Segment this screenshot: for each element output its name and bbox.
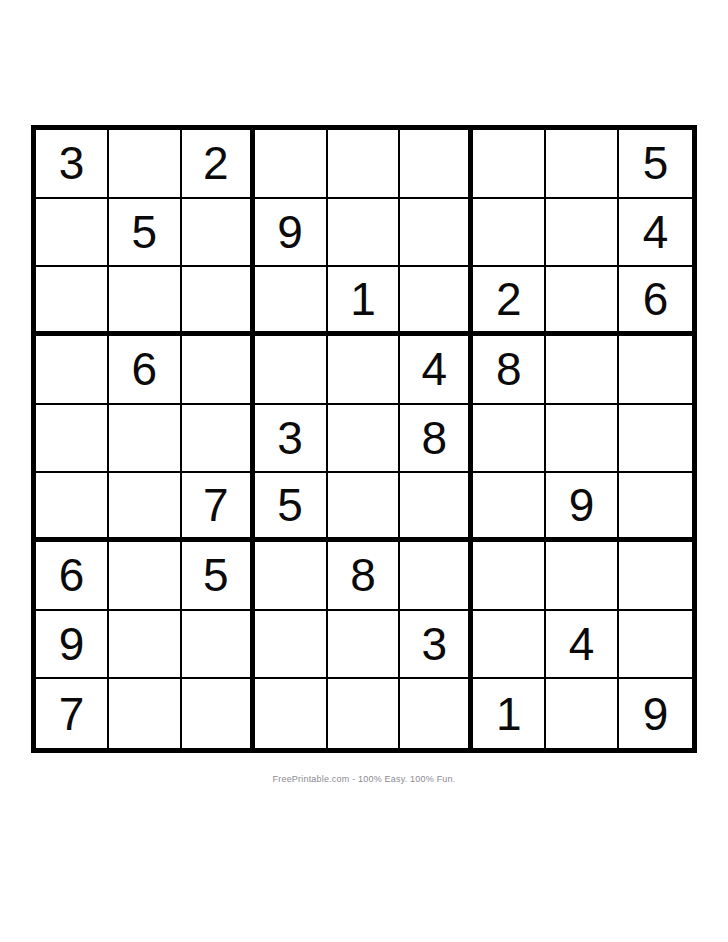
sudoku-cell-r7c8[interactable]: [546, 542, 619, 611]
sudoku-cell-r9c6[interactable]: [400, 679, 473, 748]
sudoku-cell-r1c2[interactable]: [109, 130, 182, 199]
sudoku-cell-r3c4[interactable]: [255, 267, 328, 336]
sudoku-cell-r5c6[interactable]: 8: [400, 405, 473, 474]
sudoku-cell-r1c6[interactable]: [400, 130, 473, 199]
sudoku-cell-r5c7[interactable]: [473, 405, 546, 474]
sudoku-cell-r8c9[interactable]: [619, 611, 692, 680]
sudoku-cell-r9c1[interactable]: 7: [36, 679, 109, 748]
sudoku-cell-r5c9[interactable]: [619, 405, 692, 474]
sudoku-cell-r4c9[interactable]: [619, 336, 692, 405]
sudoku-cell-r3c2[interactable]: [109, 267, 182, 336]
sudoku-cell-r4c1[interactable]: [36, 336, 109, 405]
sudoku-cell-r7c5[interactable]: 8: [328, 542, 401, 611]
sudoku-cell-r2c1[interactable]: [36, 199, 109, 268]
sudoku-cell-r8c1[interactable]: 9: [36, 611, 109, 680]
sudoku-cell-r8c3[interactable]: [182, 611, 255, 680]
sudoku-cell-r9c7[interactable]: 1: [473, 679, 546, 748]
sudoku-cell-r7c1[interactable]: 6: [36, 542, 109, 611]
sudoku-cell-r5c2[interactable]: [109, 405, 182, 474]
sudoku-cell-r9c4[interactable]: [255, 679, 328, 748]
sudoku-cell-r6c9[interactable]: [619, 473, 692, 542]
sudoku-cell-r8c8[interactable]: 4: [546, 611, 619, 680]
sudoku-cell-r4c6[interactable]: 4: [400, 336, 473, 405]
sudoku-cell-r2c8[interactable]: [546, 199, 619, 268]
sudoku-cell-r9c8[interactable]: [546, 679, 619, 748]
sudoku-cell-r1c5[interactable]: [328, 130, 401, 199]
sudoku-cell-r3c6[interactable]: [400, 267, 473, 336]
sudoku-cell-r4c7[interactable]: 8: [473, 336, 546, 405]
sudoku-cell-r6c2[interactable]: [109, 473, 182, 542]
sudoku-cell-r7c2[interactable]: [109, 542, 182, 611]
sudoku-cell-r9c5[interactable]: [328, 679, 401, 748]
sudoku-cell-r6c5[interactable]: [328, 473, 401, 542]
sudoku-cell-r3c5[interactable]: 1: [328, 267, 401, 336]
sudoku-cell-r1c4[interactable]: [255, 130, 328, 199]
sudoku-cell-r4c2[interactable]: 6: [109, 336, 182, 405]
sudoku-cell-r3c8[interactable]: [546, 267, 619, 336]
sudoku-cell-r9c3[interactable]: [182, 679, 255, 748]
page: 32559412664838759658934719 FreePrintable…: [0, 0, 728, 942]
sudoku-cell-r3c9[interactable]: 6: [619, 267, 692, 336]
sudoku-cell-r4c5[interactable]: [328, 336, 401, 405]
sudoku-cell-r6c1[interactable]: [36, 473, 109, 542]
sudoku-cell-r8c6[interactable]: 3: [400, 611, 473, 680]
sudoku-cell-r6c3[interactable]: 7: [182, 473, 255, 542]
sudoku-cell-r3c3[interactable]: [182, 267, 255, 336]
sudoku-cell-r6c7[interactable]: [473, 473, 546, 542]
sudoku-cell-r9c2[interactable]: [109, 679, 182, 748]
sudoku-cell-r8c5[interactable]: [328, 611, 401, 680]
sudoku-board: 32559412664838759658934719: [31, 125, 697, 753]
sudoku-cell-r1c1[interactable]: 3: [36, 130, 109, 199]
sudoku-cell-r7c6[interactable]: [400, 542, 473, 611]
sudoku-cell-r7c3[interactable]: 5: [182, 542, 255, 611]
sudoku-cell-r7c4[interactable]: [255, 542, 328, 611]
sudoku-cell-r4c8[interactable]: [546, 336, 619, 405]
sudoku-cell-r1c8[interactable]: [546, 130, 619, 199]
sudoku-cell-r9c9[interactable]: 9: [619, 679, 692, 748]
sudoku-cell-r1c3[interactable]: 2: [182, 130, 255, 199]
sudoku-cell-r2c4[interactable]: 9: [255, 199, 328, 268]
sudoku-cell-r6c4[interactable]: 5: [255, 473, 328, 542]
sudoku-cell-r2c7[interactable]: [473, 199, 546, 268]
sudoku-cell-r8c4[interactable]: [255, 611, 328, 680]
sudoku-cell-r2c5[interactable]: [328, 199, 401, 268]
sudoku-cell-r5c8[interactable]: [546, 405, 619, 474]
footer-caption: FreePrintable.com - 100% Easy. 100% Fun.: [0, 774, 728, 784]
sudoku-cell-r2c6[interactable]: [400, 199, 473, 268]
sudoku-cell-r5c5[interactable]: [328, 405, 401, 474]
sudoku-cell-r5c3[interactable]: [182, 405, 255, 474]
sudoku-cell-r5c1[interactable]: [36, 405, 109, 474]
sudoku-cell-r2c9[interactable]: 4: [619, 199, 692, 268]
sudoku-cell-r8c2[interactable]: [109, 611, 182, 680]
sudoku-cell-r4c4[interactable]: [255, 336, 328, 405]
sudoku-cell-r1c7[interactable]: [473, 130, 546, 199]
sudoku-cell-r7c7[interactable]: [473, 542, 546, 611]
sudoku-cell-r6c8[interactable]: 9: [546, 473, 619, 542]
sudoku-cell-r3c7[interactable]: 2: [473, 267, 546, 336]
sudoku-cell-r8c7[interactable]: [473, 611, 546, 680]
sudoku-cell-r1c9[interactable]: 5: [619, 130, 692, 199]
sudoku-cell-r2c2[interactable]: 5: [109, 199, 182, 268]
sudoku-cell-r7c9[interactable]: [619, 542, 692, 611]
sudoku-cell-r6c6[interactable]: [400, 473, 473, 542]
sudoku-cell-r3c1[interactable]: [36, 267, 109, 336]
sudoku-cell-r5c4[interactable]: 3: [255, 405, 328, 474]
sudoku-cell-r2c3[interactable]: [182, 199, 255, 268]
sudoku-cell-r4c3[interactable]: [182, 336, 255, 405]
